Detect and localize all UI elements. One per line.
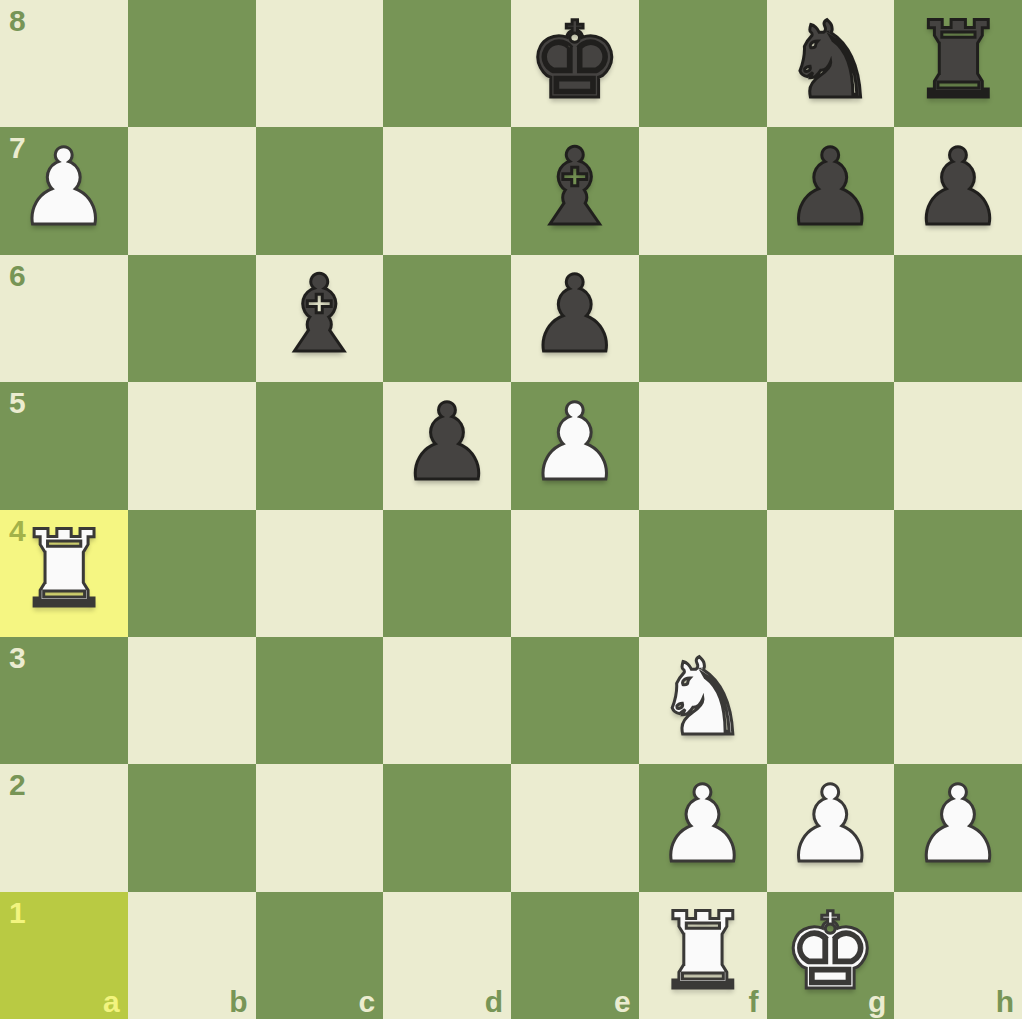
- file-label-d: d: [485, 985, 503, 1018]
- square-b3[interactable]: [128, 637, 256, 764]
- square-c3[interactable]: [256, 637, 384, 764]
- square-f7[interactable]: [639, 127, 767, 254]
- square-g2[interactable]: ♟: [767, 764, 895, 891]
- square-c5[interactable]: [256, 382, 384, 509]
- square-g5[interactable]: [767, 382, 895, 509]
- file-label-b: b: [229, 985, 247, 1018]
- black-bishop[interactable]: ♝: [256, 255, 384, 382]
- white-knight[interactable]: ♞: [639, 637, 767, 764]
- square-h6[interactable]: [894, 255, 1022, 382]
- square-h1[interactable]: h: [894, 892, 1022, 1019]
- rank-label-8: 8: [9, 4, 26, 37]
- black-pawn[interactable]: ♟: [511, 255, 639, 382]
- square-a3[interactable]: 3: [0, 637, 128, 764]
- square-b2[interactable]: [128, 764, 256, 891]
- square-d1[interactable]: d: [383, 892, 511, 1019]
- white-pawn[interactable]: ♟: [639, 764, 767, 891]
- square-g7[interactable]: ♟: [767, 127, 895, 254]
- square-a4[interactable]: 4♜: [0, 510, 128, 637]
- square-f2[interactable]: ♟: [639, 764, 767, 891]
- square-a8[interactable]: 8: [0, 0, 128, 127]
- square-d3[interactable]: [383, 637, 511, 764]
- square-g6[interactable]: [767, 255, 895, 382]
- black-bishop[interactable]: ♝: [511, 127, 639, 254]
- square-a5[interactable]: 5: [0, 382, 128, 509]
- rank-label-2: 2: [9, 768, 26, 801]
- square-d8[interactable]: [383, 0, 511, 127]
- square-d4[interactable]: [383, 510, 511, 637]
- square-f6[interactable]: [639, 255, 767, 382]
- chess-board: 8♚♞♜7♟♝♟♟6♝♟5♟♟4♜3♞2♟♟♟1abcdef♜g♚h: [0, 0, 1022, 1019]
- white-rook[interactable]: ♜: [639, 892, 767, 1019]
- square-a1[interactable]: 1a: [0, 892, 128, 1019]
- square-e8[interactable]: ♚: [511, 0, 639, 127]
- square-e3[interactable]: [511, 637, 639, 764]
- square-e2[interactable]: [511, 764, 639, 891]
- square-a7[interactable]: 7♟: [0, 127, 128, 254]
- white-rook[interactable]: ♜: [0, 510, 128, 637]
- square-h5[interactable]: [894, 382, 1022, 509]
- file-label-h: h: [996, 985, 1014, 1018]
- square-c4[interactable]: [256, 510, 384, 637]
- square-b8[interactable]: [128, 0, 256, 127]
- square-f8[interactable]: [639, 0, 767, 127]
- square-e1[interactable]: e: [511, 892, 639, 1019]
- file-label-e: e: [614, 985, 631, 1018]
- square-e5[interactable]: ♟: [511, 382, 639, 509]
- square-d7[interactable]: [383, 127, 511, 254]
- rank-label-5: 5: [9, 386, 26, 419]
- square-g3[interactable]: [767, 637, 895, 764]
- square-f4[interactable]: [639, 510, 767, 637]
- square-e7[interactable]: ♝: [511, 127, 639, 254]
- square-a2[interactable]: 2: [0, 764, 128, 891]
- rank-label-3: 3: [9, 641, 26, 674]
- black-knight[interactable]: ♞: [767, 0, 895, 127]
- square-h7[interactable]: ♟: [894, 127, 1022, 254]
- square-d6[interactable]: [383, 255, 511, 382]
- square-f1[interactable]: f♜: [639, 892, 767, 1019]
- white-pawn[interactable]: ♟: [511, 382, 639, 509]
- square-h3[interactable]: [894, 637, 1022, 764]
- square-b1[interactable]: b: [128, 892, 256, 1019]
- square-d2[interactable]: [383, 764, 511, 891]
- square-c1[interactable]: c: [256, 892, 384, 1019]
- square-c8[interactable]: [256, 0, 384, 127]
- file-label-a: a: [103, 985, 120, 1018]
- square-b6[interactable]: [128, 255, 256, 382]
- black-king[interactable]: ♚: [511, 0, 639, 127]
- square-e6[interactable]: ♟: [511, 255, 639, 382]
- file-label-c: c: [359, 985, 376, 1018]
- square-f5[interactable]: [639, 382, 767, 509]
- white-pawn[interactable]: ♟: [0, 127, 128, 254]
- black-pawn[interactable]: ♟: [383, 382, 511, 509]
- square-a6[interactable]: 6: [0, 255, 128, 382]
- square-h8[interactable]: ♜: [894, 0, 1022, 127]
- square-b4[interactable]: [128, 510, 256, 637]
- square-e4[interactable]: [511, 510, 639, 637]
- square-c6[interactable]: ♝: [256, 255, 384, 382]
- white-king[interactable]: ♚: [767, 892, 895, 1019]
- square-b5[interactable]: [128, 382, 256, 509]
- square-h2[interactable]: ♟: [894, 764, 1022, 891]
- rank-label-1: 1: [9, 896, 26, 929]
- square-d5[interactable]: ♟: [383, 382, 511, 509]
- square-g1[interactable]: g♚: [767, 892, 895, 1019]
- square-c2[interactable]: [256, 764, 384, 891]
- black-pawn[interactable]: ♟: [767, 127, 895, 254]
- white-pawn[interactable]: ♟: [767, 764, 895, 891]
- square-c7[interactable]: [256, 127, 384, 254]
- black-rook[interactable]: ♜: [894, 0, 1022, 127]
- rank-label-6: 6: [9, 259, 26, 292]
- black-pawn[interactable]: ♟: [894, 127, 1022, 254]
- square-g4[interactable]: [767, 510, 895, 637]
- square-f3[interactable]: ♞: [639, 637, 767, 764]
- square-h4[interactable]: [894, 510, 1022, 637]
- square-b7[interactable]: [128, 127, 256, 254]
- square-g8[interactable]: ♞: [767, 0, 895, 127]
- white-pawn[interactable]: ♟: [894, 764, 1022, 891]
